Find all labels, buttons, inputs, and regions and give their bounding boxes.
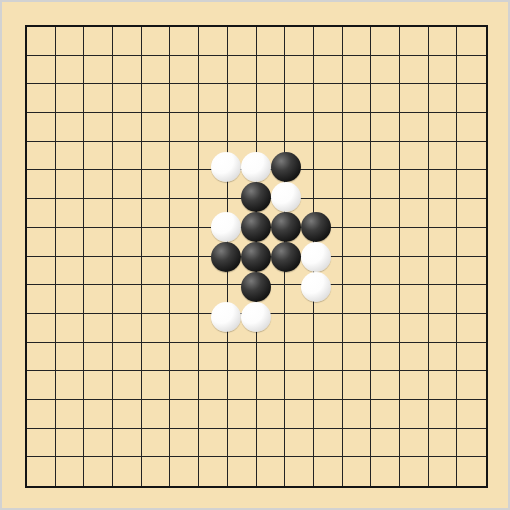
intersection-12-11[interactable]: [359, 332, 387, 360]
intersection-2-1[interactable]: [68, 40, 96, 68]
intersection-10-7[interactable]: [301, 212, 331, 242]
intersection-2-0[interactable]: [68, 12, 96, 40]
intersection-4-3[interactable]: [125, 96, 153, 124]
intersection-9-14[interactable]: [271, 417, 301, 445]
intersection-14-1[interactable]: [416, 40, 444, 68]
intersection-12-3[interactable]: [359, 96, 387, 124]
intersection-0-13[interactable]: [12, 389, 40, 417]
intersection-8-16[interactable]: [241, 473, 271, 501]
intersection-2-11[interactable]: [68, 332, 96, 360]
intersection-1-9[interactable]: [40, 272, 68, 302]
intersection-0-10[interactable]: [12, 302, 40, 332]
intersection-7-12[interactable]: [211, 361, 241, 389]
intersection-3-12[interactable]: [97, 361, 125, 389]
intersection-10-4[interactable]: [301, 124, 331, 152]
intersection-13-7[interactable]: [388, 212, 416, 242]
intersection-13-15[interactable]: [388, 445, 416, 473]
intersection-7-10[interactable]: [211, 302, 241, 332]
intersection-2-8[interactable]: [68, 242, 96, 272]
intersection-8-2[interactable]: [241, 68, 271, 96]
intersection-7-7[interactable]: [211, 212, 241, 242]
intersection-11-3[interactable]: [331, 96, 359, 124]
intersection-1-6[interactable]: [40, 182, 68, 212]
intersection-4-10[interactable]: [125, 302, 153, 332]
intersection-12-9[interactable]: [359, 272, 387, 302]
intersection-11-15[interactable]: [331, 445, 359, 473]
intersection-16-9[interactable]: [473, 272, 501, 302]
intersection-5-10[interactable]: [154, 302, 182, 332]
intersection-11-13[interactable]: [331, 389, 359, 417]
intersection-10-13[interactable]: [301, 389, 331, 417]
intersection-3-0[interactable]: [97, 12, 125, 40]
intersection-12-15[interactable]: [359, 445, 387, 473]
intersection-8-11[interactable]: [241, 332, 271, 360]
intersection-11-0[interactable]: [331, 12, 359, 40]
intersection-16-14[interactable]: [473, 417, 501, 445]
black-stone: [241, 272, 271, 302]
intersection-10-14[interactable]: [301, 417, 331, 445]
intersection-2-14[interactable]: [68, 417, 96, 445]
intersection-6-16[interactable]: [182, 473, 210, 501]
intersection-7-1[interactable]: [211, 40, 241, 68]
intersection-9-1[interactable]: [271, 40, 301, 68]
intersection-7-9[interactable]: [211, 272, 241, 302]
white-stone: [241, 302, 271, 332]
intersection-5-13[interactable]: [154, 389, 182, 417]
intersection-10-1[interactable]: [301, 40, 331, 68]
intersection-2-3[interactable]: [68, 96, 96, 124]
intersection-12-5[interactable]: [359, 152, 387, 182]
intersection-3-13[interactable]: [97, 389, 125, 417]
intersection-9-6[interactable]: [271, 182, 301, 212]
intersection-16-5[interactable]: [473, 152, 501, 182]
intersection-12-16[interactable]: [359, 473, 387, 501]
intersection-7-6[interactable]: [211, 182, 241, 212]
intersection-16-16[interactable]: [473, 473, 501, 501]
intersection-0-0[interactable]: [12, 12, 40, 40]
intersection-0-16[interactable]: [12, 473, 40, 501]
intersection-15-15[interactable]: [444, 445, 472, 473]
intersection-9-11[interactable]: [271, 332, 301, 360]
intersection-16-1[interactable]: [473, 40, 501, 68]
intersection-5-7[interactable]: [154, 212, 182, 242]
intersection-2-13[interactable]: [68, 389, 96, 417]
intersection-6-1[interactable]: [182, 40, 210, 68]
intersection-3-4[interactable]: [97, 124, 125, 152]
intersection-11-7[interactable]: [331, 212, 359, 242]
intersection-8-3[interactable]: [241, 96, 271, 124]
intersection-11-4[interactable]: [331, 124, 359, 152]
intersection-3-2[interactable]: [97, 68, 125, 96]
intersection-9-2[interactable]: [271, 68, 301, 96]
intersection-13-3[interactable]: [388, 96, 416, 124]
intersection-11-10[interactable]: [331, 302, 359, 332]
intersection-4-11[interactable]: [125, 332, 153, 360]
intersection-13-6[interactable]: [388, 182, 416, 212]
intersection-12-10[interactable]: [359, 302, 387, 332]
intersection-14-10[interactable]: [416, 302, 444, 332]
intersection-14-3[interactable]: [416, 96, 444, 124]
intersection-12-4[interactable]: [359, 124, 387, 152]
intersection-3-11[interactable]: [97, 332, 125, 360]
intersection-16-2[interactable]: [473, 68, 501, 96]
intersection-10-0[interactable]: [301, 12, 331, 40]
intersection-3-14[interactable]: [97, 417, 125, 445]
intersection-12-13[interactable]: [359, 389, 387, 417]
intersection-1-15[interactable]: [40, 445, 68, 473]
intersection-0-1[interactable]: [12, 40, 40, 68]
intersection-12-2[interactable]: [359, 68, 387, 96]
intersection-10-15[interactable]: [301, 445, 331, 473]
intersection-1-1[interactable]: [40, 40, 68, 68]
intersection-1-4[interactable]: [40, 124, 68, 152]
intersection-5-11[interactable]: [154, 332, 182, 360]
intersection-14-11[interactable]: [416, 332, 444, 360]
intersection-6-12[interactable]: [182, 361, 210, 389]
intersection-9-3[interactable]: [271, 96, 301, 124]
intersection-15-2[interactable]: [444, 68, 472, 96]
intersection-12-12[interactable]: [359, 361, 387, 389]
intersection-12-0[interactable]: [359, 12, 387, 40]
intersection-13-14[interactable]: [388, 417, 416, 445]
intersection-2-7[interactable]: [68, 212, 96, 242]
intersection-14-12[interactable]: [416, 361, 444, 389]
intersection-3-1[interactable]: [97, 40, 125, 68]
intersection-10-16[interactable]: [301, 473, 331, 501]
intersection-11-5[interactable]: [331, 152, 359, 182]
intersection-3-6[interactable]: [97, 182, 125, 212]
intersection-4-13[interactable]: [125, 389, 153, 417]
intersection-5-15[interactable]: [154, 445, 182, 473]
intersection-14-16[interactable]: [416, 473, 444, 501]
intersection-1-13[interactable]: [40, 389, 68, 417]
intersection-10-10[interactable]: [301, 302, 331, 332]
intersection-15-9[interactable]: [444, 272, 472, 302]
intersection-1-3[interactable]: [40, 96, 68, 124]
intersection-11-12[interactable]: [331, 361, 359, 389]
intersection-16-8[interactable]: [473, 242, 501, 272]
intersection-9-5[interactable]: [271, 152, 301, 182]
intersection-15-12[interactable]: [444, 361, 472, 389]
intersection-7-16[interactable]: [211, 473, 241, 501]
intersection-14-6[interactable]: [416, 182, 444, 212]
intersection-4-14[interactable]: [125, 417, 153, 445]
intersection-13-4[interactable]: [388, 124, 416, 152]
intersection-6-10[interactable]: [182, 302, 210, 332]
intersection-3-10[interactable]: [97, 302, 125, 332]
intersection-10-2[interactable]: [301, 68, 331, 96]
intersection-5-14[interactable]: [154, 417, 182, 445]
intersection-16-0[interactable]: [473, 12, 501, 40]
intersection-5-12[interactable]: [154, 361, 182, 389]
intersection-4-2[interactable]: [125, 68, 153, 96]
intersection-1-16[interactable]: [40, 473, 68, 501]
intersection-8-10[interactable]: [241, 302, 271, 332]
intersection-1-5[interactable]: [40, 152, 68, 182]
white-stone: [271, 182, 301, 212]
black-stone: [271, 152, 301, 182]
intersection-15-14[interactable]: [444, 417, 472, 445]
intersection-12-7[interactable]: [359, 212, 387, 242]
intersection-0-15[interactable]: [12, 445, 40, 473]
intersection-1-10[interactable]: [40, 302, 68, 332]
intersection-1-11[interactable]: [40, 332, 68, 360]
intersection-8-6[interactable]: [241, 182, 271, 212]
intersection-0-12[interactable]: [12, 361, 40, 389]
intersection-15-10[interactable]: [444, 302, 472, 332]
intersection-9-13[interactable]: [271, 389, 301, 417]
intersection-15-5[interactable]: [444, 152, 472, 182]
intersection-15-4[interactable]: [444, 124, 472, 152]
intersection-10-6[interactable]: [301, 182, 331, 212]
intersection-11-6[interactable]: [331, 182, 359, 212]
intersection-13-2[interactable]: [388, 68, 416, 96]
intersection-9-16[interactable]: [271, 473, 301, 501]
goban-screenshot: [0, 0, 510, 510]
intersection-11-8[interactable]: [331, 242, 359, 272]
intersection-16-7[interactable]: [473, 212, 501, 242]
white-stone: [211, 152, 241, 182]
intersection-4-5[interactable]: [125, 152, 153, 182]
intersection-11-16[interactable]: [331, 473, 359, 501]
intersection-2-16[interactable]: [68, 473, 96, 501]
intersection-5-3[interactable]: [154, 96, 182, 124]
intersection-6-5[interactable]: [182, 152, 210, 182]
intersection-9-10[interactable]: [271, 302, 301, 332]
intersection-15-0[interactable]: [444, 12, 472, 40]
intersection-8-12[interactable]: [241, 361, 271, 389]
intersection-8-0[interactable]: [241, 12, 271, 40]
intersection-6-14[interactable]: [182, 417, 210, 445]
intersection-14-7[interactable]: [416, 212, 444, 242]
intersection-13-1[interactable]: [388, 40, 416, 68]
intersection-13-0[interactable]: [388, 12, 416, 40]
intersection-16-6[interactable]: [473, 182, 501, 212]
intersection-0-7[interactable]: [12, 212, 40, 242]
intersection-8-4[interactable]: [241, 124, 271, 152]
intersection-10-5[interactable]: [301, 152, 331, 182]
intersection-1-2[interactable]: [40, 68, 68, 96]
intersection-4-6[interactable]: [125, 182, 153, 212]
intersection-1-8[interactable]: [40, 242, 68, 272]
intersection-6-11[interactable]: [182, 332, 210, 360]
intersection-4-12[interactable]: [125, 361, 153, 389]
intersection-12-8[interactable]: [359, 242, 387, 272]
intersection-14-0[interactable]: [416, 12, 444, 40]
intersection-14-14[interactable]: [416, 417, 444, 445]
intersection-5-8[interactable]: [154, 242, 182, 272]
intersection-1-0[interactable]: [40, 12, 68, 40]
intersection-16-13[interactable]: [473, 389, 501, 417]
intersection-15-7[interactable]: [444, 212, 472, 242]
intersection-11-14[interactable]: [331, 417, 359, 445]
intersection-6-2[interactable]: [182, 68, 210, 96]
intersection-8-13[interactable]: [241, 389, 271, 417]
black-stone: [271, 242, 301, 272]
intersection-3-15[interactable]: [97, 445, 125, 473]
intersection-0-2[interactable]: [12, 68, 40, 96]
intersection-0-6[interactable]: [12, 182, 40, 212]
intersection-10-8[interactable]: [301, 242, 331, 272]
intersection-0-5[interactable]: [12, 152, 40, 182]
intersection-0-9[interactable]: [12, 272, 40, 302]
intersection-1-12[interactable]: [40, 361, 68, 389]
intersection-6-0[interactable]: [182, 12, 210, 40]
intersection-14-2[interactable]: [416, 68, 444, 96]
intersection-8-14[interactable]: [241, 417, 271, 445]
intersection-16-4[interactable]: [473, 124, 501, 152]
intersection-9-7[interactable]: [271, 212, 301, 242]
intersection-8-1[interactable]: [241, 40, 271, 68]
intersection-16-3[interactable]: [473, 96, 501, 124]
intersection-8-7[interactable]: [241, 212, 271, 242]
intersection-5-16[interactable]: [154, 473, 182, 501]
intersection-16-12[interactable]: [473, 361, 501, 389]
intersection-15-6[interactable]: [444, 182, 472, 212]
intersection-5-2[interactable]: [154, 68, 182, 96]
intersection-8-9[interactable]: [241, 272, 271, 302]
intersection-4-7[interactable]: [125, 212, 153, 242]
intersection-4-16[interactable]: [125, 473, 153, 501]
intersection-11-1[interactable]: [331, 40, 359, 68]
intersection-9-15[interactable]: [271, 445, 301, 473]
intersection-14-4[interactable]: [416, 124, 444, 152]
intersection-5-6[interactable]: [154, 182, 182, 212]
intersection-14-8[interactable]: [416, 242, 444, 272]
intersection-10-11[interactable]: [301, 332, 331, 360]
intersection-6-7[interactable]: [182, 212, 210, 242]
intersection-15-8[interactable]: [444, 242, 472, 272]
intersection-5-9[interactable]: [154, 272, 182, 302]
intersection-6-9[interactable]: [182, 272, 210, 302]
intersection-8-15[interactable]: [241, 445, 271, 473]
intersection-6-8[interactable]: [182, 242, 210, 272]
white-stone: [211, 302, 241, 332]
intersection-8-5[interactable]: [241, 152, 271, 182]
intersection-13-13[interactable]: [388, 389, 416, 417]
intersection-14-13[interactable]: [416, 389, 444, 417]
intersection-9-9[interactable]: [271, 272, 301, 302]
intersection-6-4[interactable]: [182, 124, 210, 152]
intersection-8-8[interactable]: [241, 242, 271, 272]
intersection-9-4[interactable]: [271, 124, 301, 152]
intersection-2-5[interactable]: [68, 152, 96, 182]
intersection-4-4[interactable]: [125, 124, 153, 152]
intersection-10-3[interactable]: [301, 96, 331, 124]
intersection-2-6[interactable]: [68, 182, 96, 212]
intersection-0-8[interactable]: [12, 242, 40, 272]
intersection-3-16[interactable]: [97, 473, 125, 501]
intersection-7-0[interactable]: [211, 12, 241, 40]
intersection-9-12[interactable]: [271, 361, 301, 389]
intersection-7-13[interactable]: [211, 389, 241, 417]
intersection-14-15[interactable]: [416, 445, 444, 473]
intersection-1-14[interactable]: [40, 417, 68, 445]
intersection-6-6[interactable]: [182, 182, 210, 212]
intersection-9-8[interactable]: [271, 242, 301, 272]
white-stone: [211, 212, 241, 242]
intersection-3-9[interactable]: [97, 272, 125, 302]
intersection-7-4[interactable]: [211, 124, 241, 152]
intersection-4-1[interactable]: [125, 40, 153, 68]
intersection-16-15[interactable]: [473, 445, 501, 473]
intersection-2-10[interactable]: [68, 302, 96, 332]
intersection-5-1[interactable]: [154, 40, 182, 68]
intersection-3-3[interactable]: [97, 96, 125, 124]
intersection-5-0[interactable]: [154, 12, 182, 40]
intersection-7-14[interactable]: [211, 417, 241, 445]
intersection-9-0[interactable]: [271, 12, 301, 40]
intersection-2-15[interactable]: [68, 445, 96, 473]
intersection-12-1[interactable]: [359, 40, 387, 68]
intersection-7-8[interactable]: [211, 242, 241, 272]
intersection-15-1[interactable]: [444, 40, 472, 68]
intersection-13-8[interactable]: [388, 242, 416, 272]
intersection-4-0[interactable]: [125, 12, 153, 40]
intersection-11-11[interactable]: [331, 332, 359, 360]
intersection-0-14[interactable]: [12, 417, 40, 445]
intersection-15-11[interactable]: [444, 332, 472, 360]
intersection-14-5[interactable]: [416, 152, 444, 182]
intersection-15-16[interactable]: [444, 473, 472, 501]
intersection-13-16[interactable]: [388, 473, 416, 501]
intersection-2-4[interactable]: [68, 124, 96, 152]
intersection-5-5[interactable]: [154, 152, 182, 182]
intersection-13-10[interactable]: [388, 302, 416, 332]
intersection-15-3[interactable]: [444, 96, 472, 124]
intersection-10-9[interactable]: [301, 272, 331, 302]
intersection-15-13[interactable]: [444, 389, 472, 417]
intersection-2-9[interactable]: [68, 272, 96, 302]
intersection-11-9[interactable]: [331, 272, 359, 302]
intersection-5-4[interactable]: [154, 124, 182, 152]
intersection-7-15[interactable]: [211, 445, 241, 473]
intersection-0-4[interactable]: [12, 124, 40, 152]
intersection-3-8[interactable]: [97, 242, 125, 272]
intersection-16-11[interactable]: [473, 332, 501, 360]
board[interactable]: [12, 12, 502, 502]
intersection-7-2[interactable]: [211, 68, 241, 96]
intersection-2-12[interactable]: [68, 361, 96, 389]
intersection-10-12[interactable]: [301, 361, 331, 389]
intersection-4-8[interactable]: [125, 242, 153, 272]
intersection-16-10[interactable]: [473, 302, 501, 332]
intersection-11-2[interactable]: [331, 68, 359, 96]
intersection-13-11[interactable]: [388, 332, 416, 360]
intersection-13-12[interactable]: [388, 361, 416, 389]
intersection-1-7[interactable]: [40, 212, 68, 242]
intersection-0-3[interactable]: [12, 96, 40, 124]
intersection-0-11[interactable]: [12, 332, 40, 360]
intersection-3-7[interactable]: [97, 212, 125, 242]
intersection-4-15[interactable]: [125, 445, 153, 473]
white-stone: [301, 242, 331, 272]
intersection-6-13[interactable]: [182, 389, 210, 417]
intersection-7-11[interactable]: [211, 332, 241, 360]
intersection-12-14[interactable]: [359, 417, 387, 445]
intersection-4-9[interactable]: [125, 272, 153, 302]
intersection-3-5[interactable]: [97, 152, 125, 182]
intersection-6-15[interactable]: [182, 445, 210, 473]
intersection-7-5[interactable]: [211, 152, 241, 182]
intersection-7-3[interactable]: [211, 96, 241, 124]
intersection-6-3[interactable]: [182, 96, 210, 124]
intersection-14-9[interactable]: [416, 272, 444, 302]
intersection-13-9[interactable]: [388, 272, 416, 302]
intersection-13-5[interactable]: [388, 152, 416, 182]
intersection-2-2[interactable]: [68, 68, 96, 96]
intersection-12-6[interactable]: [359, 182, 387, 212]
